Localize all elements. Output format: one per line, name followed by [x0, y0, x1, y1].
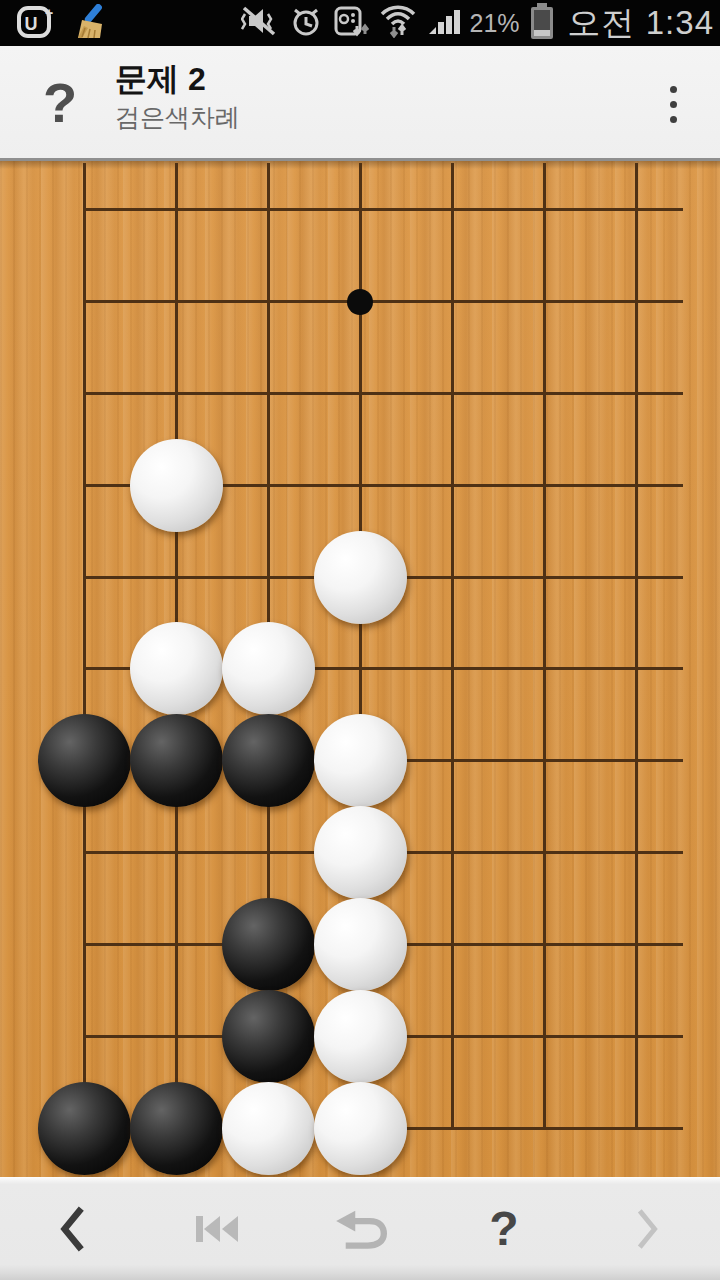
- white-stone: [222, 622, 315, 715]
- chevron-right-icon: [633, 1206, 663, 1252]
- gridline-h: [83, 208, 684, 211]
- page-title: 문제 2: [115, 59, 240, 99]
- status-bar: U +: [0, 0, 720, 46]
- white-stone: [314, 714, 407, 807]
- black-stone: [222, 714, 315, 807]
- alarm-icon: [288, 4, 324, 42]
- uplus-logo-icon: U +: [16, 5, 56, 43]
- black-stone: [38, 1082, 131, 1175]
- status-bar-left: U +: [16, 6, 110, 42]
- menu-dots-icon: [670, 86, 677, 93]
- white-stone: [130, 439, 223, 532]
- undo-arrow-icon: [333, 1208, 387, 1250]
- gridline-h: [83, 392, 684, 395]
- data-usage-icon: [333, 4, 369, 42]
- gridline-v: [451, 163, 454, 1130]
- white-stone: [314, 898, 407, 991]
- black-stone: [38, 714, 131, 807]
- vibrate-mute-icon: [241, 5, 279, 41]
- white-stone: [314, 531, 407, 624]
- overflow-menu-button[interactable]: [660, 74, 686, 134]
- clock-time: 오전 1:34: [564, 1, 714, 46]
- white-stone: [314, 1082, 407, 1175]
- black-stone: [130, 1082, 223, 1175]
- menu-dots-icon: [670, 101, 677, 108]
- white-stone: [222, 1082, 315, 1175]
- skip-to-first-icon: [194, 1214, 238, 1244]
- screen: U +: [0, 0, 720, 1280]
- battery-percent: 21%: [470, 9, 520, 38]
- black-stone: [130, 714, 223, 807]
- white-stone: [130, 622, 223, 715]
- black-stone: [222, 990, 315, 1083]
- first-move-button[interactable]: [144, 1177, 288, 1280]
- gridline-h: [83, 300, 684, 303]
- header-titles: 문제 2 검은색차례: [115, 59, 240, 135]
- menu-dots-icon: [670, 116, 677, 123]
- gridline-v: [543, 163, 546, 1130]
- forward-button[interactable]: [576, 1177, 720, 1280]
- white-stone: [314, 806, 407, 899]
- gridline-v: [83, 163, 86, 1130]
- white-stone: [314, 990, 407, 1083]
- clean-master-broom-icon: [68, 4, 110, 44]
- hint-button[interactable]: ?: [432, 1177, 576, 1280]
- signal-strength-icon: [427, 5, 461, 41]
- battery-icon: [529, 2, 555, 44]
- svg-text:+: +: [45, 5, 53, 21]
- hint-question-icon: ?: [489, 1201, 518, 1256]
- star-point: [347, 289, 373, 315]
- status-bar-right: 21% 오전 1:34: [241, 0, 714, 46]
- help-button[interactable]: ?: [38, 64, 82, 142]
- page-subtitle: 검은색차례: [115, 99, 240, 135]
- svg-text:U: U: [25, 14, 38, 34]
- bottom-navbar: ?: [0, 1177, 720, 1280]
- gridline-v: [635, 163, 638, 1130]
- go-board[interactable]: [0, 161, 720, 1177]
- black-stone: [222, 898, 315, 991]
- header: ? 문제 2 검은색차례: [0, 46, 720, 161]
- chevron-left-icon: [55, 1203, 89, 1255]
- back-button[interactable]: [0, 1177, 144, 1280]
- wifi-updown-icon: [378, 4, 418, 42]
- undo-button[interactable]: [288, 1177, 432, 1280]
